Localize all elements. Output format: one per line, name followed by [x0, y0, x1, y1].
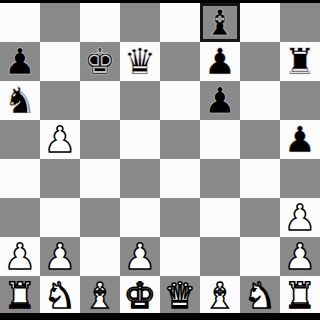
white-pawn-piece[interactable]: ♟ [4, 237, 36, 276]
square-a3[interactable] [0, 198, 40, 237]
square-a2[interactable]: ♟ [0, 237, 40, 276]
square-g8[interactable] [240, 3, 280, 42]
square-b6[interactable] [40, 81, 80, 120]
square-c8[interactable] [80, 3, 120, 42]
square-d4[interactable] [120, 159, 160, 198]
square-a7[interactable]: ♟ [0, 42, 40, 81]
square-c6[interactable] [80, 81, 120, 120]
white-pawn-piece[interactable]: ♟ [284, 237, 316, 276]
square-f8[interactable]: ♝ [200, 3, 240, 42]
square-d1[interactable]: ♚ [120, 276, 160, 315]
square-d8[interactable] [120, 3, 160, 42]
white-pawn-piece[interactable]: ♟ [44, 120, 76, 159]
square-b3[interactable] [40, 198, 80, 237]
bottom-letterbox-bar [0, 313, 320, 320]
square-h5[interactable]: ♟ [280, 120, 320, 159]
square-g3[interactable] [240, 198, 280, 237]
square-f7[interactable]: ♟ [200, 42, 240, 81]
white-knight-piece[interactable]: ♞ [44, 276, 76, 315]
square-d5[interactable] [120, 120, 160, 159]
square-h3[interactable]: ♟ [280, 198, 320, 237]
black-pawn-piece[interactable]: ♟ [284, 120, 316, 159]
square-f6[interactable]: ♟ [200, 81, 240, 120]
square-c1[interactable]: ♝ [80, 276, 120, 315]
square-d7[interactable]: ♛ [120, 42, 160, 81]
square-b2[interactable]: ♟ [40, 237, 80, 276]
chess-board-window: ♝♟♚♛♟♜♞♟♟♟♟♟♟♟♟♜♞♝♚♛♝♞♜ [0, 0, 320, 320]
white-king-piece[interactable]: ♚ [124, 276, 156, 315]
square-a8[interactable] [0, 3, 40, 42]
white-pawn-piece[interactable]: ♟ [124, 237, 156, 276]
square-h8[interactable] [280, 3, 320, 42]
square-g7[interactable] [240, 42, 280, 81]
square-e8[interactable] [160, 3, 200, 42]
square-b1[interactable]: ♞ [40, 276, 80, 315]
square-d2[interactable]: ♟ [120, 237, 160, 276]
square-a6[interactable]: ♞ [0, 81, 40, 120]
black-queen-piece[interactable]: ♛ [124, 42, 156, 81]
square-a5[interactable] [0, 120, 40, 159]
black-bishop-piece[interactable]: ♝ [204, 3, 236, 42]
square-b4[interactable] [40, 159, 80, 198]
square-b5[interactable]: ♟ [40, 120, 80, 159]
square-h1[interactable]: ♜ [280, 276, 320, 315]
black-king-piece[interactable]: ♚ [84, 42, 116, 81]
square-a1[interactable]: ♜ [0, 276, 40, 315]
square-e6[interactable] [160, 81, 200, 120]
white-pawn-piece[interactable]: ♟ [284, 198, 316, 237]
square-f2[interactable] [200, 237, 240, 276]
square-f3[interactable] [200, 198, 240, 237]
black-pawn-piece[interactable]: ♟ [4, 42, 36, 81]
square-b8[interactable] [40, 3, 80, 42]
square-h6[interactable] [280, 81, 320, 120]
square-e5[interactable] [160, 120, 200, 159]
square-f4[interactable] [200, 159, 240, 198]
square-d3[interactable] [120, 198, 160, 237]
chess-board: ♝♟♚♛♟♜♞♟♟♟♟♟♟♟♟♜♞♝♚♛♝♞♜ [0, 3, 320, 315]
square-e7[interactable] [160, 42, 200, 81]
square-d6[interactable] [120, 81, 160, 120]
square-h4[interactable] [280, 159, 320, 198]
square-e2[interactable] [160, 237, 200, 276]
square-g2[interactable] [240, 237, 280, 276]
square-e1[interactable]: ♛ [160, 276, 200, 315]
square-f5[interactable] [200, 120, 240, 159]
square-e4[interactable] [160, 159, 200, 198]
square-c2[interactable] [80, 237, 120, 276]
white-pawn-piece[interactable]: ♟ [44, 237, 76, 276]
square-b7[interactable] [40, 42, 80, 81]
white-knight-piece[interactable]: ♞ [244, 276, 276, 315]
square-c5[interactable] [80, 120, 120, 159]
white-queen-piece[interactable]: ♛ [164, 276, 196, 315]
square-h7[interactable]: ♜ [280, 42, 320, 81]
top-letterbox-bar [0, 0, 320, 3]
square-e3[interactable] [160, 198, 200, 237]
square-g4[interactable] [240, 159, 280, 198]
square-c3[interactable] [80, 198, 120, 237]
square-a4[interactable] [0, 159, 40, 198]
white-rook-piece[interactable]: ♜ [4, 276, 36, 315]
square-h2[interactable]: ♟ [280, 237, 320, 276]
white-rook-piece[interactable]: ♜ [284, 276, 316, 315]
square-f1[interactable]: ♝ [200, 276, 240, 315]
black-knight-piece[interactable]: ♞ [4, 81, 36, 120]
white-bishop-piece[interactable]: ♝ [84, 276, 116, 315]
square-c7[interactable]: ♚ [80, 42, 120, 81]
black-rook-piece[interactable]: ♜ [284, 42, 316, 81]
black-pawn-piece[interactable]: ♟ [204, 42, 236, 81]
square-g6[interactable] [240, 81, 280, 120]
black-pawn-piece[interactable]: ♟ [204, 81, 236, 120]
square-c4[interactable] [80, 159, 120, 198]
square-g5[interactable] [240, 120, 280, 159]
square-g1[interactable]: ♞ [240, 276, 280, 315]
white-bishop-piece[interactable]: ♝ [204, 276, 236, 315]
